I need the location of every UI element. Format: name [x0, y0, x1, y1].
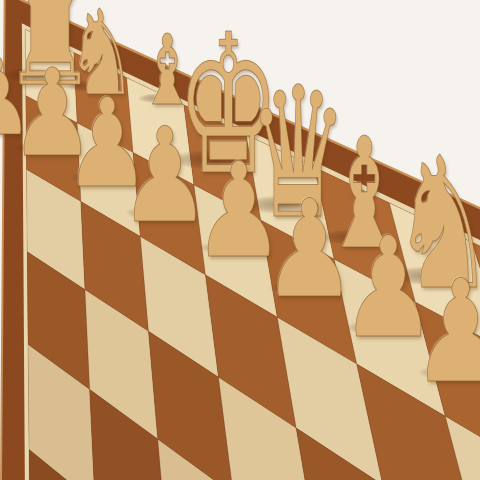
pawn-glyph: ♟: [411, 261, 480, 403]
pieces-layer: ♜♞♝♚♛♝♞♟♟♟♟♟♟♟♟: [0, 0, 480, 480]
chess-set-photo: ♜♞♝♚♛♝♞♟♟♟♟♟♟♟♟: [0, 0, 480, 480]
pawn-g7[interactable]: ♟: [390, 261, 480, 403]
